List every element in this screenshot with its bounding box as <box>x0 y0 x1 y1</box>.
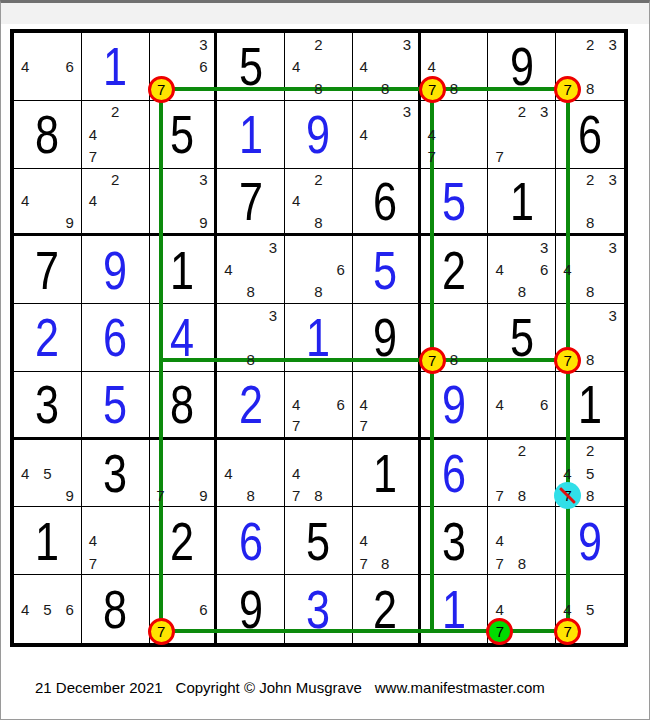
cell-r2c1[interactable]: 8 <box>14 101 82 169</box>
given-digit: 6 <box>373 174 397 228</box>
cell-r1c5[interactable]: 248 <box>285 33 353 101</box>
pencil-mark: 4 <box>82 190 104 212</box>
pencil-mark: 8 <box>307 212 329 234</box>
pencil-marks: 49 <box>14 169 81 234</box>
pencil-marks: 378 <box>556 304 624 371</box>
cell-r3c8[interactable]: 1 <box>488 169 556 237</box>
pencil-mark: 7 <box>150 620 172 643</box>
solved-digit: 1 <box>306 310 330 364</box>
cell-r8c8[interactable]: 478 <box>488 507 556 575</box>
given-digit: 6 <box>578 107 602 161</box>
cell-r8c9[interactable]: 9 <box>556 507 624 575</box>
cell-r8c3[interactable]: 2 <box>150 507 218 575</box>
cell-r6c1[interactable]: 3 <box>14 372 82 440</box>
given-digit: 1 <box>170 243 194 297</box>
cell-r9c4[interactable]: 9 <box>217 575 285 643</box>
pencil-mark: 8 <box>374 78 396 100</box>
cell-r1c9[interactable]: 2378 <box>556 33 624 101</box>
pencil-mark: 4 <box>217 462 239 484</box>
pencil-mark: 4 <box>488 259 510 281</box>
pencil-mark: 7 <box>556 620 579 643</box>
cell-r3c3[interactable]: 39 <box>150 169 218 237</box>
pencil-mark: 2 <box>511 101 533 123</box>
pencil-mark: 2 <box>511 440 533 462</box>
pencil-mark: 5 <box>36 598 58 621</box>
pencil-mark: 4 <box>353 123 375 145</box>
solved-digit: 9 <box>103 243 127 297</box>
cell-r2c2[interactable]: 247 <box>82 101 150 169</box>
pencil-marks: 48 <box>217 440 284 507</box>
pencil-marks: 3468 <box>488 236 555 303</box>
cell-r8c1[interactable]: 1 <box>14 507 82 575</box>
cell-r6c5[interactable]: 467 <box>285 372 353 440</box>
pencil-mark: 2 <box>579 169 602 191</box>
cell-r6c9[interactable]: 1 <box>556 372 624 440</box>
pencil-mark: 2 <box>307 169 329 191</box>
given-digit: 2 <box>373 582 397 636</box>
solved-digit: 6 <box>442 446 466 500</box>
pencil-mark: 4 <box>421 55 443 77</box>
pencil-marks: 78 <box>421 304 488 371</box>
pencil-marks: 67 <box>150 575 215 643</box>
pencil-mark: 3 <box>193 169 215 191</box>
pencil-marks: 46 <box>14 33 81 100</box>
pencil-marks: 278 <box>488 440 555 507</box>
pencil-mark: 8 <box>240 484 262 506</box>
solved-digit: 5 <box>103 377 127 431</box>
pencil-mark: 4 <box>14 598 36 621</box>
given-digit: 1 <box>510 174 534 228</box>
cell-r8c6[interactable]: 478 <box>353 507 421 575</box>
pencil-marks: 47 <box>421 101 488 168</box>
pencil-mark: 7 <box>556 349 579 371</box>
cell-r8c2[interactable]: 47 <box>82 507 150 575</box>
pencil-mark: 2 <box>307 33 329 55</box>
pencil-mark: 3 <box>533 101 555 123</box>
cell-r7c1[interactable]: 459 <box>14 440 82 508</box>
cell-r1c4[interactable]: 5 <box>217 33 285 101</box>
cell-r6c7[interactable]: 9 <box>421 372 489 440</box>
cell-r1c6[interactable]: 348 <box>353 33 421 101</box>
pencil-mark: 9 <box>193 212 215 234</box>
pencil-mark: 3 <box>262 236 284 258</box>
pencil-marks: 478 <box>421 33 488 100</box>
pencil-mark: 4 <box>82 123 104 145</box>
given-digit: 5 <box>239 39 263 93</box>
pencil-marks: 24 <box>82 169 149 234</box>
pencil-mark: 7 <box>421 349 443 371</box>
pencil-mark: 8 <box>511 552 533 574</box>
pencil-marks: 46 <box>488 372 555 437</box>
pencil-marks: 348 <box>353 33 418 100</box>
given-digit: 7 <box>35 243 59 297</box>
pencil-mark: 4 <box>488 393 510 415</box>
cell-r9c8[interactable]: 47 <box>488 575 556 643</box>
given-digit: 1 <box>578 377 602 431</box>
pencil-mark: 7 <box>150 78 172 100</box>
pencil-mark: 7 <box>353 415 375 437</box>
cell-r4c6[interactable]: 5 <box>353 236 421 304</box>
cell-r5c8[interactable]: 5 <box>488 304 556 372</box>
pencil-mark: 2 <box>579 33 602 55</box>
pencil-mark: 4 <box>14 190 36 212</box>
pencil-mark: 6 <box>533 393 555 415</box>
pencil-mark: 3 <box>601 304 624 326</box>
pencil-mark: 8 <box>307 484 329 506</box>
pencil-mark: 4 <box>285 190 307 212</box>
cell-r1c7[interactable]: 478 <box>421 33 489 101</box>
cell-r6c2[interactable]: 5 <box>82 372 150 440</box>
pencil-mark: 5 <box>36 462 58 484</box>
cell-r5c4[interactable]: 38 <box>217 304 285 372</box>
cell-r3c9[interactable]: 238 <box>556 169 624 237</box>
cell-r5c2[interactable]: 6 <box>82 304 150 372</box>
cell-r3c6[interactable]: 6 <box>353 169 421 237</box>
cell-r7c8[interactable]: 278 <box>488 440 556 508</box>
pencil-mark: 8 <box>240 349 262 371</box>
cell-r3c7[interactable]: 5 <box>421 169 489 237</box>
solved-digit: 6 <box>239 514 263 568</box>
pencil-mark: 8 <box>579 484 602 506</box>
cell-r7c2[interactable]: 3 <box>82 440 150 508</box>
cell-r7c9[interactable]: 24578 <box>556 440 624 508</box>
pencil-marks: 247 <box>82 101 149 168</box>
pencil-mark: 9 <box>59 484 81 506</box>
solved-digit: 1 <box>442 582 466 636</box>
solved-digit: 5 <box>442 174 466 228</box>
cell-r2c9[interactable]: 6 <box>556 101 624 169</box>
cell-r2c3[interactable]: 5 <box>150 101 218 169</box>
given-digit: 5 <box>510 310 534 364</box>
pencil-mark: 6 <box>59 598 81 621</box>
pencil-mark: 8 <box>511 281 533 303</box>
cell-r9c6[interactable]: 2 <box>353 575 421 643</box>
pencil-mark: 4 <box>421 123 443 145</box>
pencil-mark: 8 <box>511 484 533 506</box>
pencil-mark: 8 <box>443 349 465 371</box>
pencil-marks: 459 <box>14 440 81 507</box>
cell-r3c5[interactable]: 248 <box>285 169 353 237</box>
pencil-mark: 8 <box>579 212 602 234</box>
pencil-mark: 3 <box>262 304 284 326</box>
cell-r5c3[interactable]: 4 <box>150 304 218 372</box>
pencil-mark: 3 <box>533 236 555 258</box>
cell-r4c9[interactable]: 348 <box>556 236 624 304</box>
cell-r9c9[interactable]: 457 <box>556 575 624 643</box>
pencil-mark: 4 <box>14 55 36 77</box>
cell-r1c3[interactable]: 367 <box>150 33 218 101</box>
pencil-mark: 3 <box>396 101 418 123</box>
pencil-mark: 4 <box>556 259 579 281</box>
pencil-mark: 7 <box>556 78 579 100</box>
given-digit: 5 <box>306 514 330 568</box>
cell-r1c2[interactable]: 1 <box>82 33 150 101</box>
pencil-mark: 8 <box>579 78 602 100</box>
pencil-mark: 4 <box>556 462 579 484</box>
pencil-marks: 34 <box>353 101 418 168</box>
cell-r6c8[interactable]: 46 <box>488 372 556 440</box>
page: 4613675248348478923788247519344723764924… <box>0 0 650 720</box>
cell-r2c5[interactable]: 9 <box>285 101 353 169</box>
pencil-marks: 2378 <box>556 33 624 100</box>
cell-r7c5[interactable]: 478 <box>285 440 353 508</box>
given-digit: 8 <box>103 582 127 636</box>
pencil-mark: 9 <box>193 484 215 506</box>
pencil-mark: 8 <box>579 281 602 303</box>
pencil-mark: 4 <box>488 598 510 621</box>
pencil-marks: 367 <box>150 33 215 100</box>
solved-digit: 3 <box>306 582 330 636</box>
pencil-mark: 8 <box>307 281 329 303</box>
pencil-marks: 38 <box>217 304 284 371</box>
cell-r4c1[interactable]: 7 <box>14 236 82 304</box>
given-digit: 1 <box>35 514 59 568</box>
pencil-mark: 4 <box>217 259 239 281</box>
cell-r9c2[interactable]: 8 <box>82 575 150 643</box>
pencil-marks: 348 <box>217 236 284 303</box>
given-digit: 3 <box>442 514 466 568</box>
cell-r6c3[interactable]: 8 <box>150 372 218 440</box>
cell-r5c1[interactable]: 2 <box>14 304 82 372</box>
given-digit: 8 <box>170 377 194 431</box>
pencil-mark: 6 <box>59 55 81 77</box>
footer: 21 December 2021 Copyright © John Musgra… <box>35 679 545 696</box>
pencil-mark: 7 <box>488 552 510 574</box>
cell-r2c8[interactable]: 237 <box>488 101 556 169</box>
solved-digit: 4 <box>170 310 194 364</box>
pencil-mark: 4 <box>353 55 375 77</box>
cell-r5c5[interactable]: 1 <box>285 304 353 372</box>
given-digit: 9 <box>239 582 263 636</box>
pencil-mark: 3 <box>193 33 215 55</box>
cell-r4c2[interactable]: 9 <box>82 236 150 304</box>
pencil-mark: 9 <box>59 212 81 234</box>
pencil-mark: 7 <box>353 552 375 574</box>
cell-r9c3[interactable]: 67 <box>150 575 218 643</box>
cell-r3c2[interactable]: 24 <box>82 169 150 237</box>
given-digit: 8 <box>35 107 59 161</box>
pencil-mark: 2 <box>104 101 126 123</box>
pencil-mark: 5 <box>579 462 602 484</box>
pencil-mark: 3 <box>601 33 624 55</box>
pencil-marks: 348 <box>556 236 624 303</box>
pencil-marks: 68 <box>285 236 352 303</box>
solved-digit: 6 <box>103 310 127 364</box>
given-digit: 2 <box>442 243 466 297</box>
footer-url[interactable]: www.manifestmaster.com <box>375 679 545 696</box>
cell-r9c7[interactable]: 1 <box>421 575 489 643</box>
cell-r5c9[interactable]: 378 <box>556 304 624 372</box>
pencil-mark: 6 <box>193 598 215 621</box>
cell-r4c4[interactable]: 348 <box>217 236 285 304</box>
pencil-mark: 4 <box>285 55 307 77</box>
solved-digit: 9 <box>442 377 466 431</box>
pencil-mark: 8 <box>307 78 329 100</box>
cell-r2c6[interactable]: 34 <box>353 101 421 169</box>
solved-digit: 9 <box>578 514 602 568</box>
cell-r8c7[interactable]: 3 <box>421 507 489 575</box>
cell-r7c4[interactable]: 48 <box>217 440 285 508</box>
pencil-marks: 456 <box>14 575 81 643</box>
pencil-mark: 7 <box>82 145 104 167</box>
pencil-marks: 79 <box>150 440 215 507</box>
pencil-mark: 7 <box>488 484 510 506</box>
pencil-mark: 6 <box>533 259 555 281</box>
footer-copyright: Copyright © John Musgrave <box>176 679 362 696</box>
pencil-mark: 7 <box>285 415 307 437</box>
cell-r6c6[interactable]: 47 <box>353 372 421 440</box>
cell-r4c8[interactable]: 3468 <box>488 236 556 304</box>
pencil-marks: 238 <box>556 169 624 234</box>
cell-r4c3[interactable]: 1 <box>150 236 218 304</box>
pencil-mark: 4 <box>285 462 307 484</box>
pencil-mark: 4 <box>82 530 104 552</box>
cell-r8c5[interactable]: 5 <box>285 507 353 575</box>
pencil-marks: 248 <box>285 33 352 100</box>
pencil-marks: 47 <box>488 575 555 643</box>
top-strip <box>1 3 649 24</box>
pencil-mark: 6 <box>193 55 215 77</box>
cell-r7c6[interactable]: 1 <box>353 440 421 508</box>
given-digit: 3 <box>103 446 127 500</box>
pencil-mark: 2 <box>104 169 126 191</box>
solved-digit: 9 <box>306 107 330 161</box>
solved-digit: 1 <box>239 107 263 161</box>
pencil-mark: 4 <box>556 598 579 621</box>
pencil-mark: 8 <box>374 552 396 574</box>
pencil-mark: 4 <box>353 530 375 552</box>
sudoku-board: 4613675248348478923788247519344723764924… <box>10 29 628 647</box>
pencil-mark: 2 <box>579 440 602 462</box>
pencil-marks: 237 <box>488 101 555 168</box>
pencil-mark: 7 <box>421 145 443 167</box>
solved-digit: 5 <box>373 243 397 297</box>
pencil-mark: 6 <box>330 259 352 281</box>
pencil-mark: 8 <box>443 78 465 100</box>
pencil-mark: 8 <box>240 281 262 303</box>
pencil-mark: 7 <box>488 145 510 167</box>
pencil-mark: 3 <box>396 33 418 55</box>
given-digit: 5 <box>170 107 194 161</box>
pencil-marks: 47 <box>353 372 418 437</box>
given-digit: 7 <box>239 174 263 228</box>
footer-date: 21 December 2021 <box>35 679 163 696</box>
pencil-marks: 248 <box>285 169 352 234</box>
cell-r2c7[interactable]: 47 <box>421 101 489 169</box>
cell-r9c5[interactable]: 3 <box>285 575 353 643</box>
pencil-marks: 24578 <box>556 440 624 507</box>
cell-r6c4[interactable]: 2 <box>217 372 285 440</box>
pencil-mark: 8 <box>579 349 602 371</box>
given-digit: 9 <box>510 39 534 93</box>
solved-digit: 1 <box>103 39 127 93</box>
cell-r5c7[interactable]: 78 <box>421 304 489 372</box>
cell-r7c7[interactable]: 6 <box>421 440 489 508</box>
pencil-mark: 3 <box>601 236 624 258</box>
cell-r9c1[interactable]: 456 <box>14 575 82 643</box>
pencil-mark: 4 <box>353 393 375 415</box>
cell-r1c1[interactable]: 46 <box>14 33 82 101</box>
pencil-marks: 457 <box>556 575 624 643</box>
pencil-mark: 6 <box>330 393 352 415</box>
pencil-marks: 478 <box>353 507 418 574</box>
cell-r7c3[interactable]: 79 <box>150 440 218 508</box>
pencil-mark: 3 <box>601 169 624 191</box>
pencil-marks: 467 <box>285 372 352 437</box>
cell-r3c4[interactable]: 7 <box>217 169 285 237</box>
pencil-marks: 478 <box>285 440 352 507</box>
pencil-mark: 7 <box>285 484 307 506</box>
pencil-mark: 7 <box>556 484 579 506</box>
pencil-mark: 7 <box>421 78 443 100</box>
pencil-marks: 47 <box>82 507 149 574</box>
solved-digit: 2 <box>35 310 59 364</box>
pencil-mark: 5 <box>579 598 602 621</box>
cell-r8c4[interactable]: 6 <box>217 507 285 575</box>
pencil-mark: 7 <box>82 552 104 574</box>
pencil-mark: 7 <box>488 620 510 643</box>
cell-r3c1[interactable]: 49 <box>14 169 82 237</box>
cell-r4c7[interactable]: 2 <box>421 236 489 304</box>
pencil-marks: 39 <box>150 169 215 234</box>
given-digit: 3 <box>35 377 59 431</box>
pencil-mark: 4 <box>14 462 36 484</box>
cell-r2c4[interactable]: 1 <box>217 101 285 169</box>
cell-r1c8[interactable]: 9 <box>488 33 556 101</box>
pencil-mark: 4 <box>488 530 510 552</box>
given-digit: 9 <box>373 310 397 364</box>
given-digit: 1 <box>373 446 397 500</box>
cell-r5c6[interactable]: 9 <box>353 304 421 372</box>
pencil-mark: 7 <box>150 484 172 506</box>
given-digit: 2 <box>170 514 194 568</box>
pencil-mark: 4 <box>285 393 307 415</box>
pencil-marks: 478 <box>488 507 555 574</box>
cell-r4c5[interactable]: 68 <box>285 236 353 304</box>
solved-digit: 2 <box>239 377 263 431</box>
